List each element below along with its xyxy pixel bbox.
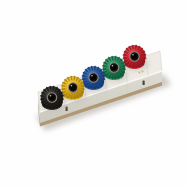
front-notch — [66, 107, 68, 112]
deck-dot — [141, 70, 143, 72]
terminal-block-illustration — [0, 0, 186, 186]
product-photo — [0, 0, 186, 186]
deck-dot — [138, 71, 140, 73]
jack-glint — [91, 75, 93, 77]
front-notch — [143, 81, 145, 86]
jack-glint — [112, 65, 114, 67]
jack-glint — [71, 85, 73, 87]
jack-glint — [132, 54, 134, 56]
jack-glint — [50, 95, 52, 97]
